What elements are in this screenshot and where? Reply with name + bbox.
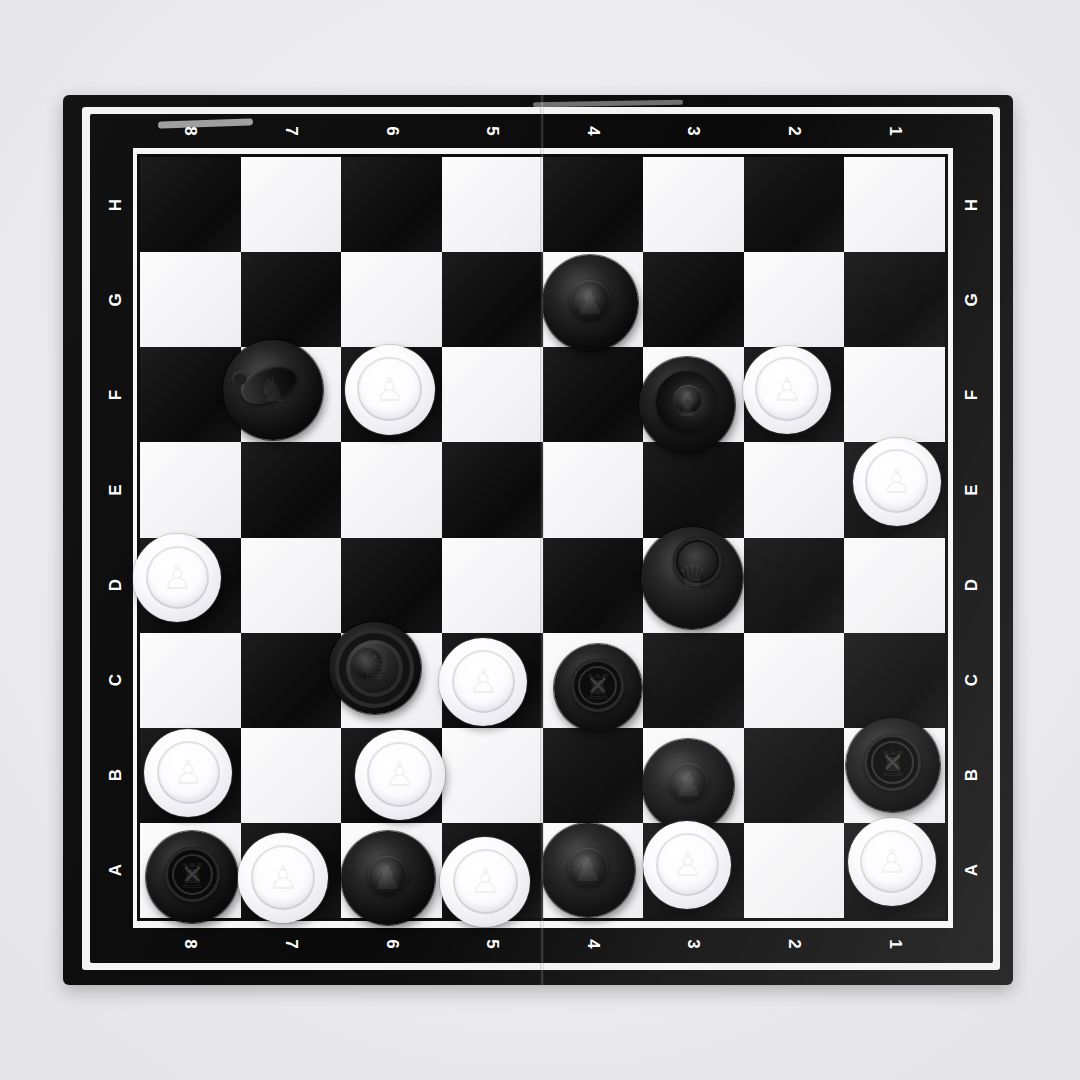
top-rank-label-3: 3	[685, 126, 702, 135]
top-rank-label-7: 7	[282, 126, 299, 135]
chess-board: 8765432187654321HGFEDCBAHGFEDCBA ♞♙♟♝♙♙♙…	[63, 95, 1013, 985]
square-d2[interactable]	[744, 538, 845, 633]
square-d5[interactable]	[442, 538, 543, 633]
square-g5[interactable]	[442, 252, 543, 347]
black-pawn-top-detail	[669, 763, 708, 802]
square-d1[interactable]	[844, 538, 945, 633]
square-g8[interactable]	[140, 252, 241, 347]
piece-white-pawn-c5[interactable]: ♙	[439, 638, 527, 726]
bottom-rank-label-5: 5	[484, 939, 501, 948]
square-e8[interactable]	[140, 442, 241, 537]
square-h2[interactable]	[744, 157, 845, 252]
square-d6[interactable]	[341, 538, 442, 633]
piece-white-pawn-a7[interactable]: ♙	[238, 833, 328, 923]
right-file-label-E: E	[963, 484, 980, 495]
square-e2[interactable]	[744, 442, 845, 537]
square-c7[interactable]	[241, 633, 342, 728]
left-file-label-C: C	[107, 674, 124, 686]
square-f5[interactable]	[442, 347, 543, 442]
piece-white-pawn-b6[interactable]: ♙	[355, 730, 445, 820]
square-h3[interactable]	[643, 157, 744, 252]
square-c8[interactable]	[140, 633, 241, 728]
bottom-rank-label-4: 4	[584, 939, 601, 948]
square-e5[interactable]	[442, 442, 543, 537]
black-king-top-detail	[335, 629, 414, 708]
square-e6[interactable]	[341, 442, 442, 537]
white-piece-collar-ring	[452, 650, 515, 713]
square-g2[interactable]	[744, 252, 845, 347]
top-rank-label-2: 2	[786, 126, 803, 135]
black-pawn-top-detail	[368, 856, 407, 895]
square-c2[interactable]	[744, 633, 845, 728]
right-file-label-H: H	[963, 198, 980, 210]
bottom-rank-label-6: 6	[383, 939, 400, 948]
piece-black-pawn-b3[interactable]: ♟	[642, 739, 734, 831]
piece-black-pawn-g4[interactable]: ♟	[542, 255, 638, 351]
left-file-label-F: F	[107, 390, 124, 400]
piece-white-pawn-e1[interactable]: ♙	[853, 438, 941, 526]
bottom-rank-label-8: 8	[182, 939, 199, 948]
left-file-label-E: E	[107, 484, 124, 495]
square-e4[interactable]	[543, 442, 644, 537]
square-g3[interactable]	[643, 252, 744, 347]
white-piece-collar-ring	[157, 741, 220, 804]
square-b4[interactable]	[543, 728, 644, 823]
square-h1[interactable]	[844, 157, 945, 252]
bottom-rank-label-7: 7	[282, 939, 299, 948]
square-b7[interactable]	[241, 728, 342, 823]
square-e3[interactable]	[643, 442, 744, 537]
square-h6[interactable]	[341, 157, 442, 252]
square-h4[interactable]	[543, 157, 644, 252]
left-file-label-D: D	[107, 579, 124, 591]
square-g1[interactable]	[844, 252, 945, 347]
black-bishop-top-detail	[656, 371, 717, 432]
bottom-rank-label-1: 1	[886, 939, 903, 948]
white-piece-collar-ring	[865, 449, 928, 512]
black-rook-top-detail: ✕	[165, 847, 220, 902]
piece-white-pawn-b8[interactable]: ♙	[144, 729, 232, 817]
square-g7[interactable]	[241, 252, 342, 347]
black-pawn-top-detail	[568, 848, 607, 887]
white-piece-collar-ring	[656, 833, 719, 896]
square-c1[interactable]	[844, 633, 945, 728]
square-f4[interactable]	[543, 347, 644, 442]
top-rank-label-5: 5	[484, 126, 501, 135]
right-file-label-B: B	[963, 769, 980, 781]
piece-black-bishop-f3[interactable]: ♝	[639, 357, 735, 453]
black-queen-top-detail	[673, 537, 722, 586]
piece-white-pawn-f6[interactable]: ♙	[345, 345, 435, 435]
top-rank-label-8: 8	[182, 126, 199, 135]
square-c3[interactable]	[643, 633, 744, 728]
square-d7[interactable]	[241, 538, 342, 633]
piece-black-pawn-a4[interactable]: ♟	[541, 823, 635, 917]
square-b5[interactable]	[442, 728, 543, 823]
bottom-rank-label-2: 2	[786, 939, 803, 948]
piece-white-pawn-d8[interactable]: ♙	[133, 534, 221, 622]
left-file-label-A: A	[107, 864, 124, 876]
piece-white-pawn-a1[interactable]: ♙	[848, 818, 936, 906]
right-file-label-D: D	[963, 579, 980, 591]
top-rank-label-6: 6	[383, 126, 400, 135]
white-piece-collar-ring	[146, 546, 209, 609]
left-file-label-B: B	[107, 769, 124, 781]
piece-white-pawn-a5[interactable]: ♙	[440, 837, 530, 927]
black-rook-top-detail: ✕	[571, 659, 624, 712]
piece-black-rook-b1[interactable]: ✕♜	[846, 718, 940, 812]
piece-black-queen-d3[interactable]: ♛	[641, 527, 743, 629]
square-a2[interactable]	[744, 823, 845, 918]
top-rank-label-4: 4	[584, 126, 601, 135]
square-b2[interactable]	[744, 728, 845, 823]
piece-black-knight-f7[interactable]: ♞	[223, 340, 323, 440]
bottom-rank-label-3: 3	[685, 939, 702, 948]
right-file-label-A: A	[963, 864, 980, 876]
square-f1[interactable]	[844, 347, 945, 442]
piece-white-pawn-a3[interactable]: ♙	[643, 821, 731, 909]
piece-black-king-c6[interactable]: ♚	[329, 622, 421, 714]
piece-black-rook-c4[interactable]: ✕♜	[554, 644, 642, 732]
square-h8[interactable]	[140, 157, 241, 252]
top-rank-label-1: 1	[886, 126, 903, 135]
piece-black-rook-a8[interactable]: ✕♜	[146, 831, 238, 923]
piece-white-pawn-f2[interactable]: ♙	[743, 346, 831, 434]
left-file-label-H: H	[107, 198, 124, 210]
right-file-label-G: G	[963, 293, 980, 306]
left-file-label-G: G	[107, 293, 124, 306]
square-h5[interactable]	[442, 157, 543, 252]
square-g6[interactable]	[341, 252, 442, 347]
right-file-label-C: C	[963, 674, 980, 686]
right-file-label-F: F	[963, 390, 980, 400]
square-h7[interactable]	[241, 157, 342, 252]
white-piece-collar-ring	[860, 830, 923, 893]
piece-black-pawn-a6[interactable]: ♟	[341, 831, 435, 925]
square-e7[interactable]	[241, 442, 342, 537]
square-d4[interactable]	[543, 538, 644, 633]
product-photo: 8765432187654321HGFEDCBAHGFEDCBA ♞♙♟♝♙♙♙…	[0, 0, 1080, 1080]
white-piece-collar-ring	[755, 357, 818, 420]
